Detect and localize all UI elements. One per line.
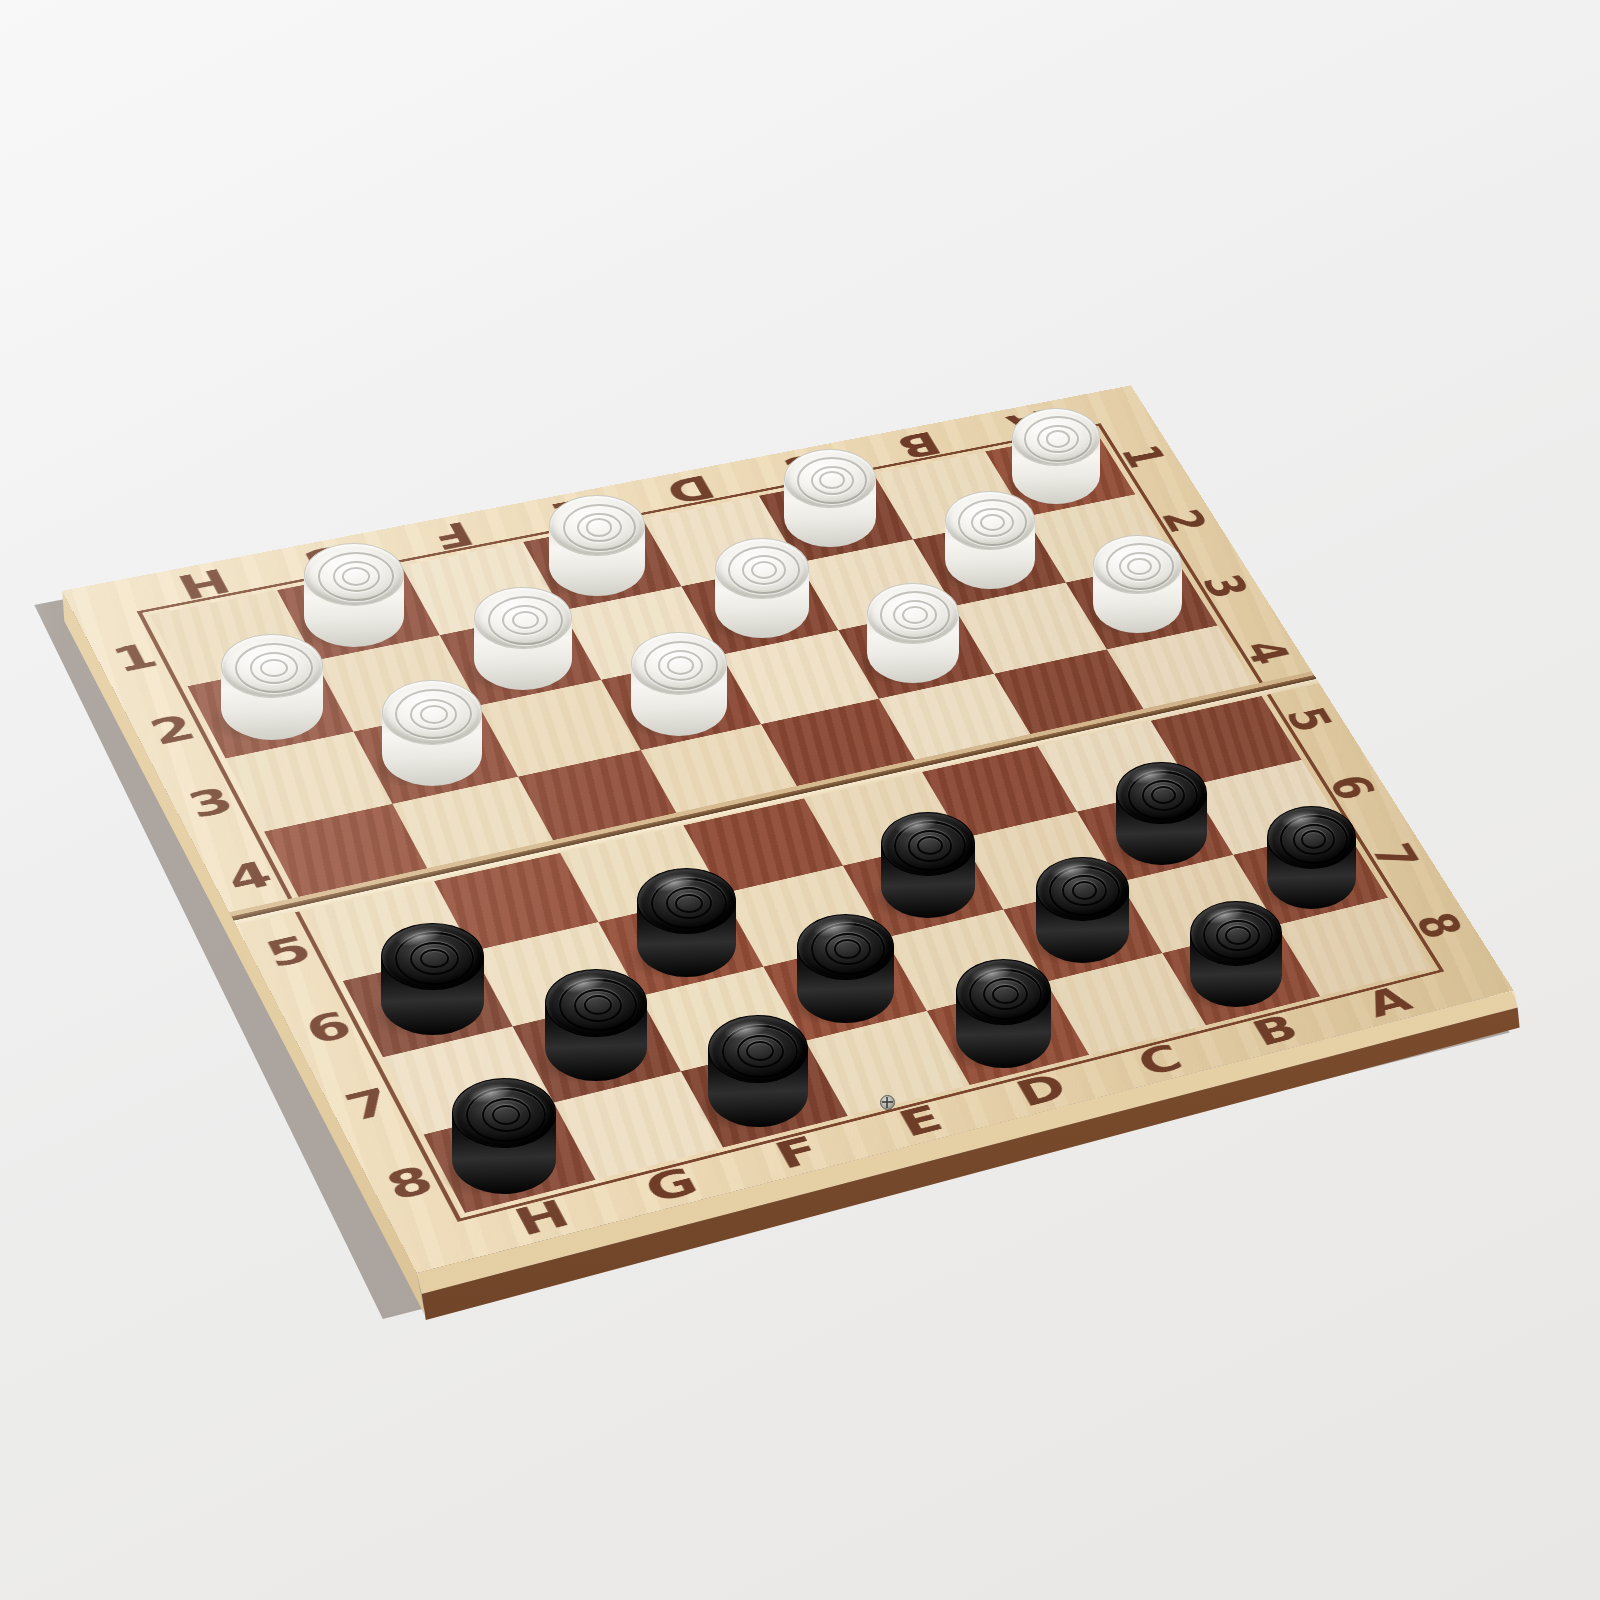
piece-top xyxy=(881,812,976,876)
piece-groove xyxy=(1046,430,1071,447)
black-piece-h8[interactable] xyxy=(452,1078,556,1193)
piece-top xyxy=(1093,535,1181,594)
piece-groove xyxy=(667,656,694,675)
piece-top xyxy=(715,538,809,599)
piece-groove xyxy=(902,606,928,624)
piece-top xyxy=(867,583,959,644)
piece-top xyxy=(1036,857,1129,921)
piece-top xyxy=(708,1015,808,1083)
piece-groove xyxy=(834,939,861,958)
piece-groove xyxy=(746,1041,773,1061)
piece-groove xyxy=(420,949,448,969)
piece-groove xyxy=(980,514,1005,532)
white-piece-g3[interactable] xyxy=(382,680,482,786)
piece-top xyxy=(474,587,572,650)
piece-groove xyxy=(1301,830,1326,849)
piece-groove xyxy=(512,611,539,630)
piece-groove xyxy=(1225,926,1250,945)
piece-top xyxy=(381,923,484,991)
white-piece-d2[interactable] xyxy=(715,538,809,639)
piece-top xyxy=(637,868,736,934)
piece-top xyxy=(797,914,894,980)
piece-top xyxy=(382,680,482,744)
piece-top xyxy=(1116,762,1207,825)
white-piece-e1[interactable] xyxy=(549,495,645,596)
black-piece-e7[interactable] xyxy=(797,914,894,1023)
piece-top xyxy=(452,1078,556,1148)
white-piece-b2[interactable] xyxy=(945,491,1035,589)
white-piece-a3[interactable] xyxy=(1093,535,1181,633)
piece-top xyxy=(304,543,404,606)
white-piece-f2[interactable] xyxy=(474,587,572,690)
white-piece-c3[interactable] xyxy=(867,583,959,684)
piece-top xyxy=(1190,901,1281,965)
piece-top xyxy=(549,495,645,556)
black-piece-b6[interactable] xyxy=(1116,762,1207,865)
piece-top xyxy=(1012,408,1100,466)
black-piece-c7[interactable] xyxy=(1036,857,1129,963)
black-piece-f6[interactable] xyxy=(637,868,736,977)
piece-groove xyxy=(992,985,1018,1004)
piece-groove xyxy=(420,705,448,724)
scene: HHGGFFEEDDCCBBAA1122334455667788 xyxy=(0,0,1600,1600)
piece-top xyxy=(631,632,727,695)
white-piece-e3[interactable] xyxy=(631,632,727,735)
white-piece-a1[interactable] xyxy=(1012,408,1100,504)
black-piece-b8[interactable] xyxy=(1190,901,1281,1007)
white-piece-g1[interactable] xyxy=(304,543,404,646)
pieces-layer xyxy=(0,0,1600,1600)
piece-groove xyxy=(751,561,777,579)
white-piece-h2[interactable] xyxy=(221,634,323,740)
black-piece-h6[interactable] xyxy=(381,923,484,1035)
piece-top xyxy=(1267,806,1356,869)
black-piece-d8[interactable] xyxy=(956,959,1051,1068)
piece-groove xyxy=(342,567,369,586)
piece-groove xyxy=(1127,558,1152,576)
piece-top xyxy=(945,491,1035,550)
black-piece-f8[interactable] xyxy=(708,1015,808,1127)
black-piece-g7[interactable] xyxy=(545,969,647,1081)
piece-top xyxy=(956,959,1051,1025)
white-piece-c1[interactable] xyxy=(784,449,876,547)
piece-groove xyxy=(584,995,612,1015)
piece-top xyxy=(221,634,323,698)
black-piece-d6[interactable] xyxy=(881,812,976,918)
piece-top xyxy=(545,969,647,1037)
piece-top xyxy=(784,449,876,508)
piece-groove xyxy=(675,894,702,913)
piece-groove xyxy=(586,518,612,536)
black-piece-a7[interactable] xyxy=(1267,806,1356,909)
